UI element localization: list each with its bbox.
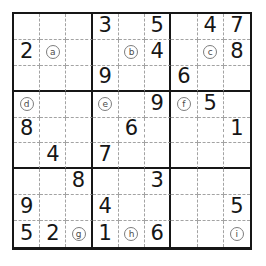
cell-r3c5[interactable] — [119, 66, 145, 92]
cell-r4c5[interactable] — [119, 92, 145, 118]
given-digit: 9 — [20, 196, 33, 217]
cell-r7c9[interactable] — [224, 169, 250, 195]
given-digit: 4 — [99, 196, 112, 217]
given-digit: 7 — [230, 15, 243, 36]
cell-r3c7[interactable]: 6 — [171, 66, 197, 92]
cell-r9c3[interactable]: g — [66, 221, 92, 247]
cell-r7c2[interactable] — [40, 169, 66, 195]
cell-r3c8[interactable] — [198, 66, 224, 92]
cell-r3c9[interactable] — [224, 66, 250, 92]
given-digit: 9 — [99, 66, 112, 87]
given-digit: 2 — [46, 223, 59, 244]
cell-r4c2[interactable] — [40, 92, 66, 118]
cell-r3c3[interactable] — [66, 66, 92, 92]
cell-r2c6[interactable]: 4 — [145, 40, 171, 66]
given-digit: 2 — [20, 41, 33, 62]
given-digit: 4 — [46, 144, 59, 165]
cell-r1c5[interactable] — [119, 14, 145, 40]
cell-r8c1[interactable]: 9 — [14, 195, 40, 221]
cell-r5c2[interactable] — [40, 118, 66, 144]
cell-r6c2[interactable]: 4 — [40, 143, 66, 169]
cell-r3c2[interactable] — [40, 66, 66, 92]
cell-r2c3[interactable] — [66, 40, 92, 66]
cell-r4c1[interactable]: d — [14, 92, 40, 118]
given-digit: 5 — [20, 223, 33, 244]
given-digit: 6 — [151, 223, 164, 244]
cell-r5c8[interactable] — [198, 118, 224, 144]
cell-r4c8[interactable]: 5 — [198, 92, 224, 118]
cell-r9c9[interactable]: i — [224, 221, 250, 247]
cell-r7c3[interactable]: 8 — [66, 169, 92, 195]
cell-r8c3[interactable] — [66, 195, 92, 221]
given-digit: 5 — [230, 196, 243, 217]
sudoku-page: 35472ab4c896de9f5861478394552g1h6i — [0, 0, 266, 266]
given-digit: 3 — [99, 15, 112, 36]
cell-r4c7[interactable]: f — [171, 92, 197, 118]
given-digit: 4 — [151, 41, 164, 62]
given-digit: 5 — [203, 93, 216, 114]
cell-r7c6[interactable]: 3 — [145, 169, 171, 195]
cell-r8c6[interactable] — [145, 195, 171, 221]
circled-letter-c: c — [203, 45, 217, 59]
cell-r1c4[interactable]: 3 — [93, 14, 119, 40]
cell-r1c8[interactable]: 4 — [198, 14, 224, 40]
given-digit: 1 — [230, 118, 243, 139]
cell-r5c4[interactable] — [93, 118, 119, 144]
cell-r8c2[interactable] — [40, 195, 66, 221]
cell-r5c7[interactable] — [171, 118, 197, 144]
circled-letter-e: e — [98, 97, 112, 111]
cell-r9c2[interactable]: 2 — [40, 221, 66, 247]
circled-letter-b: b — [124, 45, 138, 59]
given-digit: 6 — [125, 118, 138, 139]
cell-r2c1[interactable]: 2 — [14, 40, 40, 66]
given-digit: 4 — [203, 15, 216, 36]
circled-letter-d: d — [20, 97, 34, 111]
cell-r1c6[interactable]: 5 — [145, 14, 171, 40]
cell-r8c4[interactable]: 4 — [93, 195, 119, 221]
cell-r9c8[interactable] — [198, 221, 224, 247]
circled-letter-h: h — [124, 227, 138, 241]
cell-r1c7[interactable] — [171, 14, 197, 40]
cell-r8c9[interactable]: 5 — [224, 195, 250, 221]
given-digit: 5 — [151, 15, 164, 36]
cell-r5c6[interactable] — [145, 118, 171, 144]
cell-r6c3[interactable] — [66, 143, 92, 169]
cell-r9c6[interactable]: 6 — [145, 221, 171, 247]
cell-r8c7[interactable] — [171, 195, 197, 221]
given-digit: 8 — [20, 118, 33, 139]
given-digit: 8 — [230, 41, 243, 62]
cell-r6c1[interactable] — [14, 143, 40, 169]
circled-letter-i: i — [230, 227, 244, 241]
cell-r1c9[interactable]: 7 — [224, 14, 250, 40]
cell-r2c2[interactable]: a — [40, 40, 66, 66]
cell-r8c8[interactable] — [198, 195, 224, 221]
cell-r3c6[interactable] — [145, 66, 171, 92]
cell-r7c5[interactable] — [119, 169, 145, 195]
cell-r6c9[interactable] — [224, 143, 250, 169]
cell-r9c5[interactable]: h — [119, 221, 145, 247]
cell-r5c9[interactable]: 1 — [224, 118, 250, 144]
circled-letter-a: a — [46, 45, 60, 59]
cell-r1c1[interactable] — [14, 14, 40, 40]
cell-r5c1[interactable]: 8 — [14, 118, 40, 144]
cell-r6c5[interactable] — [119, 143, 145, 169]
cell-r6c7[interactable] — [171, 143, 197, 169]
cell-r4c4[interactable]: e — [93, 92, 119, 118]
cell-r6c8[interactable] — [198, 143, 224, 169]
cell-r3c1[interactable] — [14, 66, 40, 92]
cell-r4c9[interactable] — [224, 92, 250, 118]
given-digit: 7 — [99, 144, 112, 165]
cell-r3c4[interactable]: 9 — [93, 66, 119, 92]
cell-r2c5[interactable]: b — [119, 40, 145, 66]
given-digit: 8 — [72, 170, 85, 191]
cell-r2c9[interactable]: 8 — [224, 40, 250, 66]
given-digit: 9 — [151, 93, 164, 114]
cell-r4c6[interactable]: 9 — [145, 92, 171, 118]
cell-r6c4[interactable]: 7 — [93, 143, 119, 169]
cell-r6c6[interactable] — [145, 143, 171, 169]
cell-r9c1[interactable]: 5 — [14, 221, 40, 247]
cell-r2c7[interactable] — [171, 40, 197, 66]
cell-r8c5[interactable] — [119, 195, 145, 221]
given-digit: 6 — [177, 66, 190, 87]
given-digit: 3 — [151, 170, 164, 191]
cell-r9c4[interactable]: 1 — [93, 221, 119, 247]
cell-r5c5[interactable]: 6 — [119, 118, 145, 144]
circled-letter-f: f — [177, 97, 191, 111]
given-digit: 1 — [99, 223, 112, 244]
cell-r1c3[interactable] — [66, 14, 92, 40]
cell-r5c3[interactable] — [66, 118, 92, 144]
cell-r4c3[interactable] — [66, 92, 92, 118]
cell-r7c7[interactable] — [171, 169, 197, 195]
cell-r7c1[interactable] — [14, 169, 40, 195]
cell-r2c4[interactable] — [93, 40, 119, 66]
cell-r7c4[interactable] — [93, 169, 119, 195]
cell-r9c7[interactable] — [171, 221, 197, 247]
cell-r7c8[interactable] — [198, 169, 224, 195]
sudoku-board: 35472ab4c896de9f5861478394552g1h6i — [12, 12, 252, 250]
cell-r2c8[interactable]: c — [198, 40, 224, 66]
cell-r1c2[interactable] — [40, 14, 66, 40]
circled-letter-g: g — [72, 227, 86, 241]
